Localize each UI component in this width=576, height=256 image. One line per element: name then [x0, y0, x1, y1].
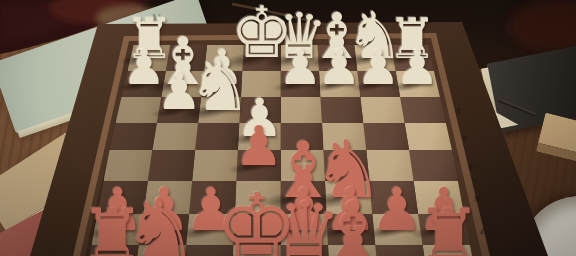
square-h4[interactable]: [110, 123, 157, 150]
piece-white-pawn-d2[interactable]: ♟: [278, 43, 322, 92]
piece-white-pawn-c2[interactable]: ♟: [317, 43, 361, 92]
piece-white-pawn-b2[interactable]: ♟: [357, 43, 401, 92]
rank-label-4: 4: [462, 132, 468, 141]
chess-scene: ♜♞♝♛♚♜♝♟♟♟♟♟♟♞♟♟♟♞♝♟♟♟♟♟♟♟♜♝♛♚♞♜ 34567: [0, 0, 576, 256]
square-h3[interactable]: [116, 97, 162, 123]
piece-white-pawn-g3[interactable]: ♟: [157, 67, 202, 118]
rank-label-5: 5: [468, 161, 474, 170]
square-a3[interactable]: [400, 97, 446, 123]
piece-red-king-e8[interactable]: ♚: [215, 182, 298, 256]
rank-label-3: 3: [456, 106, 462, 115]
square-b3[interactable]: [360, 97, 404, 123]
piece-red-rook-h8[interactable]: ♜: [80, 199, 146, 256]
square-a4[interactable]: [405, 123, 452, 150]
piece-white-pawn-a2[interactable]: ♟: [396, 43, 440, 92]
square-c3[interactable]: [321, 97, 364, 123]
square-d3[interactable]: [281, 97, 322, 123]
piece-red-rook-a8[interactable]: ♜: [416, 199, 482, 256]
